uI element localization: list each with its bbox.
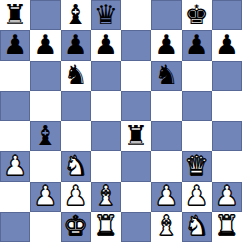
square-e5[interactable]	[121, 91, 151, 121]
piece-white-king: ♚	[64, 212, 88, 239]
square-c8[interactable]: ♝	[61, 0, 91, 30]
square-d2[interactable]: ♝	[91, 182, 121, 212]
piece-white-rook: ♜	[94, 212, 118, 239]
square-d6[interactable]	[91, 61, 121, 91]
square-b4[interactable]: ♝	[30, 121, 60, 151]
square-c3[interactable]: ♞	[61, 151, 91, 181]
square-e3[interactable]	[121, 151, 151, 181]
piece-white-knight: ♞	[185, 212, 209, 239]
square-a6[interactable]	[0, 61, 30, 91]
square-b5[interactable]	[30, 91, 60, 121]
square-a4[interactable]	[0, 121, 30, 151]
square-e7[interactable]	[121, 30, 151, 60]
piece-black-king: ♚	[185, 1, 209, 28]
square-e8[interactable]	[121, 0, 151, 30]
square-g8[interactable]: ♚	[182, 0, 212, 30]
square-f6[interactable]: ♞	[151, 61, 181, 91]
piece-white-pawn: ♟	[185, 182, 209, 209]
piece-black-pawn: ♟	[3, 31, 27, 58]
piece-black-pawn: ♟	[185, 31, 209, 58]
piece-white-pawn: ♟	[3, 152, 27, 179]
square-c4[interactable]	[61, 121, 91, 151]
square-b1[interactable]	[30, 212, 60, 242]
square-c7[interactable]: ♟	[61, 30, 91, 60]
piece-white-pawn: ♟	[33, 182, 57, 209]
piece-white-knight: ♞	[64, 152, 88, 179]
square-g5[interactable]	[182, 91, 212, 121]
square-g4[interactable]	[182, 121, 212, 151]
piece-black-pawn: ♟	[215, 31, 239, 58]
chess-board: ♜♝♛♚♟♟♟♟♟♟♟♞♞♝♜♟♞♛♟♟♝♟♟♟♚♜♝♞♜	[0, 0, 242, 242]
square-c1[interactable]: ♚	[61, 212, 91, 242]
square-f4[interactable]	[151, 121, 181, 151]
square-h3[interactable]	[212, 151, 242, 181]
square-f7[interactable]: ♟	[151, 30, 181, 60]
piece-black-queen: ♛	[94, 1, 118, 28]
piece-white-bishop: ♝	[94, 182, 118, 209]
square-h8[interactable]	[212, 0, 242, 30]
piece-black-pawn: ♟	[94, 31, 118, 58]
square-a5[interactable]	[0, 91, 30, 121]
piece-white-rook: ♜	[215, 212, 239, 239]
square-h1[interactable]: ♜	[212, 212, 242, 242]
square-d7[interactable]: ♟	[91, 30, 121, 60]
piece-black-knight: ♞	[64, 61, 88, 88]
piece-white-queen: ♛	[185, 152, 209, 179]
square-c6[interactable]: ♞	[61, 61, 91, 91]
square-b7[interactable]: ♟	[30, 30, 60, 60]
square-a1[interactable]	[0, 212, 30, 242]
square-b6[interactable]	[30, 61, 60, 91]
square-f5[interactable]	[151, 91, 181, 121]
square-d8[interactable]: ♛	[91, 0, 121, 30]
square-d3[interactable]	[91, 151, 121, 181]
piece-white-pawn: ♟	[154, 182, 178, 209]
piece-black-knight: ♞	[154, 61, 178, 88]
piece-black-pawn: ♟	[154, 31, 178, 58]
piece-black-bishop: ♝	[33, 122, 57, 149]
square-c2[interactable]: ♟	[61, 182, 91, 212]
piece-black-pawn: ♟	[64, 31, 88, 58]
piece-black-pawn: ♟	[33, 31, 57, 58]
square-a8[interactable]: ♜	[0, 0, 30, 30]
square-e6[interactable]	[121, 61, 151, 91]
square-b8[interactable]	[30, 0, 60, 30]
square-h6[interactable]	[212, 61, 242, 91]
square-e2[interactable]	[121, 182, 151, 212]
square-a2[interactable]	[0, 182, 30, 212]
square-d5[interactable]	[91, 91, 121, 121]
square-h5[interactable]	[212, 91, 242, 121]
square-g7[interactable]: ♟	[182, 30, 212, 60]
piece-black-rook: ♜	[3, 1, 27, 28]
square-f1[interactable]: ♝	[151, 212, 181, 242]
square-f2[interactable]: ♟	[151, 182, 181, 212]
square-c5[interactable]	[61, 91, 91, 121]
square-h2[interactable]: ♟	[212, 182, 242, 212]
piece-black-bishop: ♝	[64, 1, 88, 28]
square-d4[interactable]	[91, 121, 121, 151]
square-d1[interactable]: ♜	[91, 212, 121, 242]
square-b2[interactable]: ♟	[30, 182, 60, 212]
square-h7[interactable]: ♟	[212, 30, 242, 60]
square-a3[interactable]: ♟	[0, 151, 30, 181]
square-h4[interactable]	[212, 121, 242, 151]
square-g2[interactable]: ♟	[182, 182, 212, 212]
square-a7[interactable]: ♟	[0, 30, 30, 60]
square-b3[interactable]	[30, 151, 60, 181]
piece-white-pawn: ♟	[215, 182, 239, 209]
square-g6[interactable]	[182, 61, 212, 91]
square-g3[interactable]: ♛	[182, 151, 212, 181]
square-g1[interactable]: ♞	[182, 212, 212, 242]
square-f8[interactable]	[151, 0, 181, 30]
piece-white-bishop: ♝	[154, 212, 178, 239]
square-e1[interactable]	[121, 212, 151, 242]
piece-black-rook: ♜	[124, 122, 148, 149]
piece-white-pawn: ♟	[64, 182, 88, 209]
square-e4[interactable]: ♜	[121, 121, 151, 151]
square-f3[interactable]	[151, 151, 181, 181]
